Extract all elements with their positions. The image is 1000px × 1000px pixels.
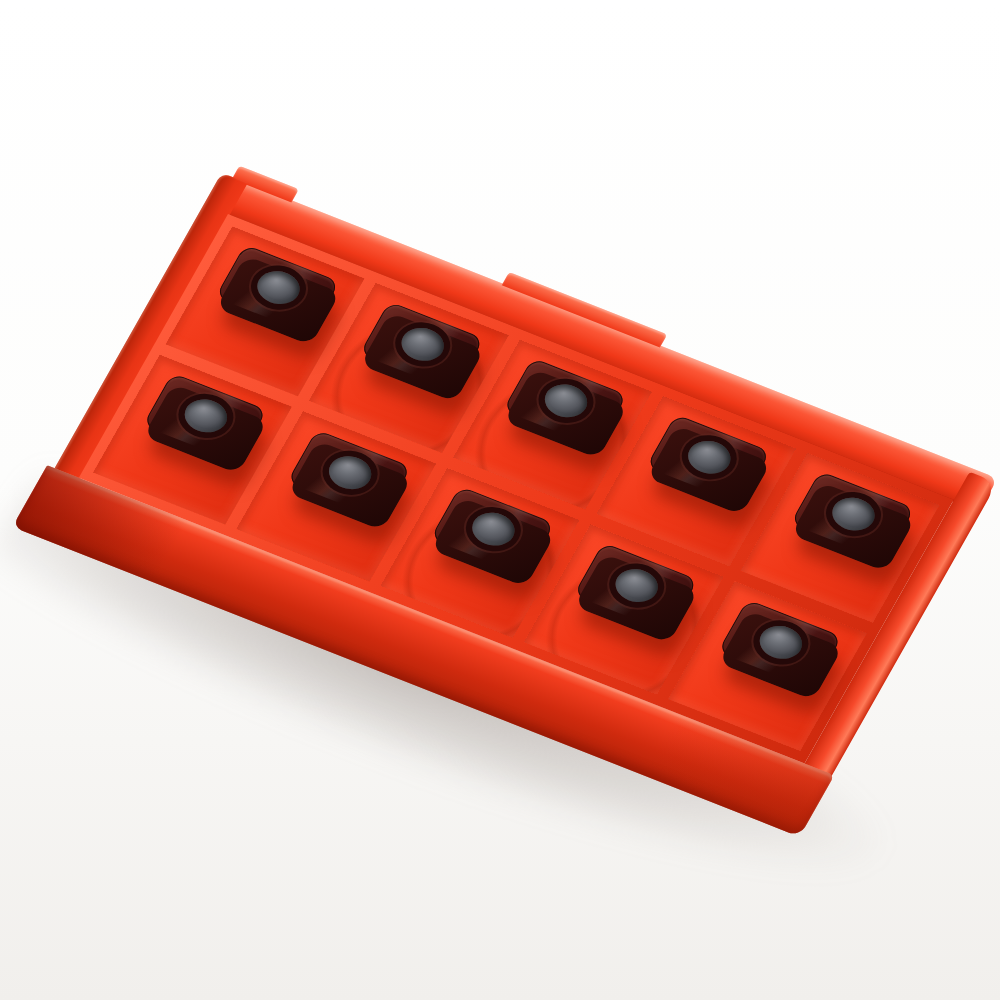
insert-screw-hole (322, 451, 377, 495)
carbide-insert-r2c2 (286, 429, 411, 519)
carbide-insert-r1c2 (359, 301, 484, 391)
carbide-insert-r1c4 (646, 414, 771, 504)
insert-screw-hole (466, 507, 521, 551)
carbide-insert-r2c5 (717, 599, 842, 689)
carbide-insert-r2c3 (430, 486, 555, 576)
insert-screw-hole (178, 394, 233, 438)
insert-screw-hole (251, 266, 306, 310)
insert-screw-hole (825, 492, 880, 536)
carbide-insert-r2c1 (143, 373, 268, 463)
insert-screw-hole (753, 620, 808, 664)
insert-screw-hole (538, 379, 593, 423)
carbide-insert-r1c5 (790, 471, 915, 561)
photo-stage (0, 0, 1000, 1000)
insert-screw-hole (682, 435, 737, 479)
carbide-insert-r2c4 (574, 542, 699, 632)
insert-screw-hole (609, 564, 664, 608)
insert-screw-hole (395, 322, 450, 366)
carbide-insert-r1c1 (215, 244, 340, 334)
carbide-insert-r1c3 (503, 358, 628, 448)
